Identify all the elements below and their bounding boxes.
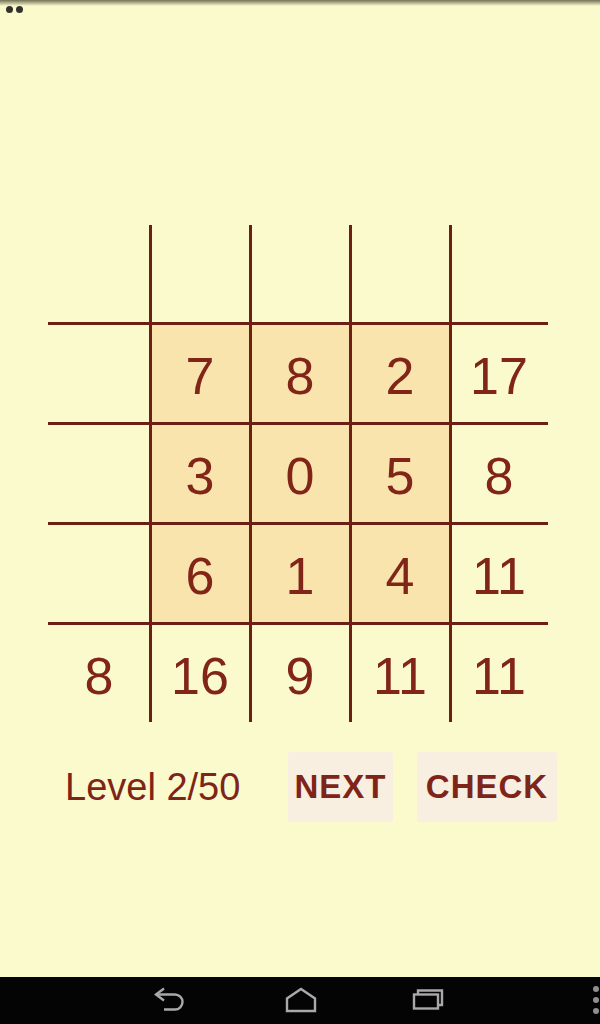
sum-cell-r4c0: 8 [48,623,150,722]
sum-cell-r1c4: 17 [450,323,548,423]
grid-cell-r2c1[interactable]: 3 [150,423,250,523]
sum-cell-r4c4: 11 [450,623,548,722]
grid-cell-r1c3[interactable]: 2 [350,323,450,423]
grid-cell-r1c1[interactable]: 7 [150,323,250,423]
grid-cell-r3c2[interactable]: 1 [250,523,350,623]
sum-cell-r4c1: 16 [150,623,250,722]
check-button[interactable]: CHECK [417,752,557,822]
android-nav-bar [0,977,600,1024]
sum-cell-r3c4: 11 [450,523,548,623]
next-button[interactable]: NEXT [288,752,393,822]
sum-cell-r4c3: 11 [350,623,450,722]
back-icon[interactable] [150,986,190,1014]
notification-dot-icon [16,6,23,13]
level-indicator: Level 2/50 [65,752,240,822]
puzzle-board: 7821730586141181691111 [48,225,548,722]
overflow-dot [593,986,599,992]
home-icon[interactable] [279,986,323,1014]
status-bar [6,6,23,13]
top-edge-shadow [0,0,600,6]
overflow-menu-icon[interactable] [593,986,599,1014]
grid-cell-r3c1[interactable]: 6 [150,523,250,623]
notification-dot-icon [6,6,13,13]
grid-cell-r2c3[interactable]: 5 [350,423,450,523]
recents-icon[interactable] [407,986,449,1014]
overflow-dot [593,997,599,1003]
grid-cell-r2c2[interactable]: 0 [250,423,350,523]
grid-cell-r1c2[interactable]: 8 [250,323,350,423]
sum-cell-r4c2: 9 [250,623,350,722]
sum-cell-r2c4: 8 [450,423,548,523]
grid-cell-r3c3[interactable]: 4 [350,523,450,623]
overflow-dot [593,1008,599,1014]
